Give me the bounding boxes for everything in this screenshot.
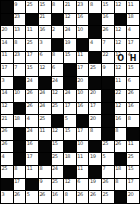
cell-number: 8 xyxy=(89,128,92,134)
cell-r16c2[interactable]: 26 xyxy=(14,191,26,203)
cell-r12c5[interactable]: 15 xyxy=(52,141,64,153)
given-letter: H xyxy=(127,55,139,63)
black-cell xyxy=(89,26,101,38)
cell-r5c6[interactable]: 15 xyxy=(64,52,76,64)
cell-r13c6[interactable]: 18 xyxy=(64,153,76,165)
cell-r16c8[interactable]: 26 xyxy=(89,191,101,203)
cell-number: 4 xyxy=(89,39,92,45)
cell-r6c1[interactable]: 17 xyxy=(1,64,13,76)
cell-r11c6[interactable]: 15 xyxy=(64,128,76,140)
cell-r1c5[interactable]: 8 xyxy=(52,1,64,13)
cell-r12c11[interactable]: 11 xyxy=(127,141,139,153)
cell-r2c2[interactable]: 23 xyxy=(14,14,26,26)
black-cell xyxy=(1,14,13,26)
cell-number: 24 xyxy=(52,77,58,83)
cell-number: 14 xyxy=(1,90,7,96)
cell-number: 8 xyxy=(64,191,67,197)
cell-number: 15 xyxy=(26,64,32,70)
cell-number: 24 xyxy=(39,90,45,96)
cell-number: 3 xyxy=(1,77,4,83)
cell-r7c5[interactable]: 24 xyxy=(52,77,64,89)
cell-r6c2[interactable]: 7 xyxy=(14,64,26,76)
cell-r10c11[interactable]: 8 xyxy=(127,115,139,127)
black-cell xyxy=(115,191,127,203)
cell-number: 17 xyxy=(14,179,20,185)
cell-number: 12 xyxy=(115,64,121,70)
cell-r3c7[interactable]: 10 xyxy=(77,26,89,38)
black-cell xyxy=(64,64,76,76)
cell-number: 16 xyxy=(26,141,32,147)
cell-r13c7[interactable]: 11 xyxy=(77,153,89,165)
cell-number: 25 xyxy=(26,1,32,7)
puzzle-page: 9251582123815121123211216161820131116224… xyxy=(0,0,140,204)
cell-number: 16 xyxy=(52,191,58,197)
cell-number: 18 xyxy=(127,14,133,20)
cell-r9c10[interactable]: 12 xyxy=(115,103,127,115)
cell-number: 21 xyxy=(39,14,45,20)
cell-r6c7[interactable]: 17 xyxy=(77,64,89,76)
cell-r1c7[interactable]: 23 xyxy=(77,1,89,13)
cell-r11c4[interactable]: 11 xyxy=(39,128,51,140)
cell-number: 8 xyxy=(39,166,42,172)
cell-number: 11 xyxy=(127,141,133,147)
black-cell xyxy=(14,128,26,140)
cell-r2c7[interactable]: 16 xyxy=(77,14,89,26)
black-cell xyxy=(64,141,76,153)
cell-number: 25 xyxy=(1,166,7,172)
cell-r4c3[interactable]: 25 xyxy=(26,39,38,51)
cell-r1c9[interactable]: 15 xyxy=(102,1,114,13)
cell-number: 5 xyxy=(64,115,67,121)
cell-number: 12 xyxy=(1,103,7,109)
cell-number: 17 xyxy=(127,39,133,45)
cell-number: 15 xyxy=(39,1,45,7)
cell-r13c1[interactable]: 4 xyxy=(1,153,13,165)
cell-r4c11[interactable]: 17 xyxy=(127,39,139,51)
cell-r5c4[interactable]: 6 xyxy=(39,52,51,64)
black-cell xyxy=(102,128,114,140)
cell-r12c3[interactable]: 16 xyxy=(26,141,38,153)
cell-r6c9[interactable]: 9 xyxy=(102,64,114,76)
cell-number: 3 xyxy=(1,191,4,197)
cell-number: 8 xyxy=(52,1,55,7)
cell-number: 24 xyxy=(26,77,32,83)
cell-number: 8 xyxy=(52,52,55,58)
cell-number: 12 xyxy=(64,14,70,20)
cell-number: 24 xyxy=(52,166,58,172)
cell-number: 8 xyxy=(115,179,118,185)
cell-number: 10 xyxy=(14,90,20,96)
cell-r5c5[interactable]: 8 xyxy=(52,52,64,64)
cell-r11c3[interactable]: 24 xyxy=(26,128,38,140)
cell-number: 8 xyxy=(127,115,130,121)
cell-number: 26 xyxy=(14,191,20,197)
cell-number: 20 xyxy=(77,77,83,83)
black-cell xyxy=(39,141,51,153)
cell-number: 26 xyxy=(1,141,7,147)
cell-r5c2[interactable]: 23 xyxy=(14,52,26,64)
cell-r11c1[interactable]: 26 xyxy=(1,128,13,140)
cell-r14c1[interactable]: 25 xyxy=(1,166,13,178)
cell-number: 12 xyxy=(52,90,58,96)
cell-r12c1[interactable]: 26 xyxy=(1,141,13,153)
cell-r1c8[interactable]: 8 xyxy=(89,1,101,13)
cell-r8c1[interactable]: 14 xyxy=(1,90,13,102)
cell-r16c11[interactable]: 20 xyxy=(127,191,139,203)
cell-r11c5[interactable]: 12 xyxy=(52,128,64,140)
cell-number: 24 xyxy=(64,90,70,96)
cell-number: 8 xyxy=(14,39,17,45)
cell-r15c11[interactable]: 17 xyxy=(127,179,139,191)
black-cell xyxy=(14,141,26,153)
black-cell xyxy=(89,77,101,89)
cell-number: 11 xyxy=(39,128,45,134)
cell-number: 21 xyxy=(1,115,7,121)
cell-r3c9[interactable]: 26 xyxy=(102,26,114,38)
cell-number: 16 xyxy=(77,14,83,20)
cell-number: 25 xyxy=(26,39,32,45)
cell-number: 8 xyxy=(14,166,17,172)
cell-number: 25 xyxy=(89,64,95,70)
cell-number: 11 xyxy=(77,166,83,172)
codeword-grid: 9251582123815121123211216161820131116224… xyxy=(0,0,140,204)
black-cell xyxy=(77,39,89,51)
cell-r3c1[interactable]: 20 xyxy=(1,26,13,38)
cell-number: 19 xyxy=(89,179,95,185)
cell-number: 24 xyxy=(39,103,45,109)
cell-number: 25 xyxy=(102,141,108,147)
cell-r9c11[interactable]: 16 xyxy=(127,103,139,115)
cell-r4c9[interactable]: 7 xyxy=(102,39,114,51)
cell-number: 6 xyxy=(39,52,42,58)
black-cell xyxy=(52,115,64,127)
cell-r11c8[interactable]: 8 xyxy=(89,128,101,140)
cell-r15c8[interactable]: 19 xyxy=(89,179,101,191)
cell-r11c7[interactable]: 17 xyxy=(77,128,89,140)
cell-number: 11 xyxy=(1,52,7,58)
cell-number: 15 xyxy=(64,128,70,134)
cell-number: 12 xyxy=(52,128,58,134)
cell-r15c5[interactable]: 25 xyxy=(52,179,64,191)
cell-r14c7[interactable]: 11 xyxy=(77,166,89,178)
cell-r16c4[interactable]: 26 xyxy=(39,191,51,203)
cell-number: 15 xyxy=(52,141,58,147)
black-cell xyxy=(39,77,51,89)
cell-r4c8[interactable]: 4 xyxy=(89,39,101,51)
cell-r4c6[interactable]: 19 xyxy=(64,39,76,51)
cell-r8c2[interactable]: 10 xyxy=(14,90,26,102)
cell-number: 16 xyxy=(102,14,108,20)
cell-number: 20 xyxy=(89,115,95,121)
cell-number: 25 xyxy=(52,103,58,109)
cell-r16c3[interactable]: 5 xyxy=(26,191,38,203)
cell-r3c4[interactable]: 16 xyxy=(39,26,51,38)
cell-number: 16 xyxy=(77,103,83,109)
cell-number: 26 xyxy=(39,191,45,197)
cell-number: 26 xyxy=(26,90,32,96)
cell-number: 26 xyxy=(115,141,121,147)
cell-number: 5 xyxy=(26,191,29,197)
cell-r13c3[interactable]: 17 xyxy=(26,153,38,165)
cell-r14c4[interactable]: 8 xyxy=(39,166,51,178)
cell-r1c10[interactable]: 12 xyxy=(115,1,127,13)
cell-number: 12 xyxy=(115,103,121,109)
black-cell xyxy=(89,14,101,26)
black-cell xyxy=(64,166,76,178)
cell-r12c7[interactable]: 10 xyxy=(77,141,89,153)
cell-number: 17 xyxy=(77,64,83,70)
cell-number: 17 xyxy=(127,179,133,185)
cell-r2c11[interactable]: 18 xyxy=(127,14,139,26)
black-cell xyxy=(102,90,114,102)
cell-number: 22 xyxy=(115,90,121,96)
cell-number: 18 xyxy=(64,153,70,159)
black-cell xyxy=(26,14,38,26)
cell-number: 9 xyxy=(102,64,105,70)
cell-r13c8[interactable]: 19 xyxy=(89,153,101,165)
cell-r13c5[interactable]: 25 xyxy=(52,153,64,165)
cell-number: 17 xyxy=(64,103,70,109)
cell-r14c11[interactable]: 15 xyxy=(127,166,139,178)
cell-r8c5[interactable]: 12 xyxy=(52,90,64,102)
cell-r14c5[interactable]: 24 xyxy=(52,166,64,178)
black-cell xyxy=(39,153,51,165)
cell-r14c10[interactable]: 18 xyxy=(115,166,127,178)
cell-number: 7 xyxy=(102,39,105,45)
cell-number: 23 xyxy=(14,52,20,58)
cell-number: 16 xyxy=(127,103,133,109)
cell-number: 6 xyxy=(77,179,80,185)
cell-number: 15 xyxy=(127,64,133,70)
cell-r10c4[interactable]: 25 xyxy=(39,115,51,127)
cell-number: 20 xyxy=(89,90,95,96)
cell-r16c6[interactable]: 8 xyxy=(64,191,76,203)
black-cell xyxy=(1,1,13,13)
cell-r12c10[interactable]: 26 xyxy=(115,141,127,153)
cell-number: 11 xyxy=(26,166,32,172)
cell-number: 10 xyxy=(77,90,83,96)
cell-number: 26 xyxy=(77,191,83,197)
cell-r8c8[interactable]: 20 xyxy=(89,90,101,102)
cell-r7c1[interactable]: 3 xyxy=(1,77,13,89)
cell-r4c10[interactable]: 12 xyxy=(115,39,127,51)
cell-r7c3[interactable]: 24 xyxy=(26,77,38,89)
cell-r1c4[interactable]: 15 xyxy=(39,1,51,13)
cell-r3c5[interactable]: 2 xyxy=(52,26,64,38)
cell-r6c4[interactable]: 12 xyxy=(39,64,51,76)
cell-r16c7[interactable]: 26 xyxy=(77,191,89,203)
black-cell xyxy=(52,14,64,26)
cell-number: 16 xyxy=(115,115,121,121)
black-cell xyxy=(77,115,89,127)
cell-number: 25 xyxy=(52,153,58,159)
cell-r8c7[interactable]: 10 xyxy=(77,90,89,102)
cell-r1c6[interactable]: 21 xyxy=(64,1,76,13)
cell-number: 26 xyxy=(26,103,32,109)
cell-number: 17 xyxy=(89,103,95,109)
cell-r15c7[interactable]: 6 xyxy=(77,179,89,191)
cell-number: 17 xyxy=(26,153,32,159)
cell-number: 18 xyxy=(14,115,20,121)
cell-r14c3[interactable]: 11 xyxy=(26,166,38,178)
cell-r2c9[interactable]: 16 xyxy=(102,14,114,26)
cell-r5c11[interactable]: 4H xyxy=(127,52,139,64)
cell-r16c9[interactable]: 25 xyxy=(102,191,114,203)
cell-number: 12 xyxy=(115,1,121,7)
cell-r4c4[interactable]: 3 xyxy=(39,39,51,51)
cell-r8c11[interactable]: 26 xyxy=(127,90,139,102)
cell-r8c6[interactable]: 24 xyxy=(64,90,76,102)
cell-r10c10[interactable]: 16 xyxy=(115,115,127,127)
cell-r15c2[interactable]: 17 xyxy=(14,179,26,191)
cell-r16c1[interactable]: 3 xyxy=(1,191,13,203)
cell-r15c6[interactable]: 12 xyxy=(64,179,76,191)
cell-r3c3[interactable]: 11 xyxy=(26,26,38,38)
cell-r10c3[interactable]: 4 xyxy=(26,115,38,127)
cell-r7c11[interactable]: 6 xyxy=(127,77,139,89)
cell-r5c10[interactable]: 12O xyxy=(115,52,127,64)
cell-number: 26 xyxy=(89,191,95,197)
cell-number: 20 xyxy=(127,191,133,197)
cell-number: 6 xyxy=(52,64,55,70)
black-cell xyxy=(14,77,26,89)
cell-r6c3[interactable]: 15 xyxy=(26,64,38,76)
cell-number: 7 xyxy=(14,64,17,70)
cell-number: 24 xyxy=(26,128,32,134)
cell-r9c5[interactable]: 25 xyxy=(52,103,64,115)
cell-r3c10[interactable]: 12 xyxy=(115,26,127,38)
cell-r9c3[interactable]: 26 xyxy=(26,103,38,115)
black-cell xyxy=(89,166,101,178)
cell-r5c7[interactable]: 11 xyxy=(77,52,89,64)
cell-number: 17 xyxy=(1,64,7,70)
cell-r6c5[interactable]: 6 xyxy=(52,64,64,76)
cell-number: 21 xyxy=(64,1,70,7)
cell-r6c8[interactable]: 25 xyxy=(89,64,101,76)
cell-number: 25 xyxy=(102,191,108,197)
cell-number: 16 xyxy=(39,26,45,32)
cell-number: 20 xyxy=(1,26,7,32)
cell-r1c11[interactable]: 11 xyxy=(127,1,139,13)
black-cell xyxy=(14,103,26,115)
cell-r10c1[interactable]: 21 xyxy=(1,115,13,127)
cell-r3c2[interactable]: 13 xyxy=(14,26,26,38)
cell-number: 23 xyxy=(77,1,83,7)
cell-number: 11 xyxy=(77,153,83,159)
cell-r2c6[interactable]: 12 xyxy=(64,14,76,26)
cell-r1c3[interactable]: 25 xyxy=(26,1,38,13)
cell-number: 6 xyxy=(127,77,130,83)
cell-number: 23 xyxy=(14,14,20,20)
cell-r5c1[interactable]: 11 xyxy=(1,52,13,64)
black-cell xyxy=(89,141,101,153)
black-cell xyxy=(26,179,38,191)
cell-number: 22 xyxy=(102,52,108,58)
cell-number: 12 xyxy=(115,26,121,32)
cell-r8c3[interactable]: 26 xyxy=(26,90,38,102)
cell-r4c1[interactable]: 14 xyxy=(1,39,13,51)
cell-r1c2[interactable]: 9 xyxy=(14,1,26,13)
black-cell xyxy=(14,153,26,165)
cell-r11c10[interactable]: 8 xyxy=(115,128,127,140)
cell-number: 26 xyxy=(127,90,133,96)
cell-number: 5 xyxy=(102,153,105,159)
cell-number: 19 xyxy=(64,39,70,45)
cell-r5c3[interactable]: 17 xyxy=(26,52,38,64)
cell-r10c8[interactable]: 20 xyxy=(89,115,101,127)
cell-r10c2[interactable]: 18 xyxy=(14,115,26,127)
cell-number: 11 xyxy=(115,77,121,83)
cell-number: 15 xyxy=(102,1,108,7)
cell-r15c9[interactable]: 26 xyxy=(102,179,114,191)
cell-r5c9[interactable]: 22 xyxy=(102,52,114,64)
black-cell xyxy=(102,115,114,127)
cell-number: 24 xyxy=(64,26,70,32)
cell-r8c10[interactable]: 22 xyxy=(115,90,127,102)
cell-number: 12 xyxy=(115,39,121,45)
cell-r15c4[interactable]: 9 xyxy=(39,179,51,191)
cell-r6c11[interactable]: 15 xyxy=(127,64,139,76)
cell-number: 4 xyxy=(127,26,130,32)
cell-r6c10[interactable]: 12 xyxy=(115,64,127,76)
black-cell xyxy=(127,128,139,140)
cell-r9c8[interactable]: 17 xyxy=(89,103,101,115)
cell-number: 19 xyxy=(89,153,95,159)
cell-r4c2[interactable]: 8 xyxy=(14,39,26,51)
cell-r7c10[interactable]: 11 xyxy=(115,77,127,89)
cell-r16c5[interactable]: 16 xyxy=(52,191,64,203)
cell-r13c11[interactable]: 25 xyxy=(127,153,139,165)
cell-r10c6[interactable]: 5 xyxy=(64,115,76,127)
cell-r12c9[interactable]: 25 xyxy=(102,141,114,153)
cell-number: 10 xyxy=(77,141,83,147)
cell-number: 13 xyxy=(14,26,20,32)
cell-r2c4[interactable]: 21 xyxy=(39,14,51,26)
cell-number: 4 xyxy=(26,115,29,121)
cell-r13c9[interactable]: 5 xyxy=(102,153,114,165)
black-cell xyxy=(52,39,64,51)
cell-r3c6[interactable]: 24 xyxy=(64,26,76,38)
cell-number: 9 xyxy=(39,179,42,185)
cell-r14c2[interactable]: 8 xyxy=(14,166,26,178)
cell-number: 17 xyxy=(77,128,83,134)
cell-r15c10[interactable]: 8 xyxy=(115,179,127,191)
cell-r9c6[interactable]: 17 xyxy=(64,103,76,115)
cell-number: 15 xyxy=(64,52,70,58)
cell-number: 9 xyxy=(14,1,17,7)
cell-number: 25 xyxy=(127,153,133,159)
cell-number: 10 xyxy=(77,26,83,32)
black-cell xyxy=(102,77,114,89)
cell-r9c7[interactable]: 16 xyxy=(77,103,89,115)
black-cell xyxy=(115,14,127,26)
cell-number: 4 xyxy=(1,153,4,159)
black-cell xyxy=(1,179,13,191)
cell-number: 17 xyxy=(26,52,32,58)
cell-number: 26 xyxy=(1,128,7,134)
cell-number: 7 xyxy=(102,166,105,172)
cell-number: 26 xyxy=(102,26,108,32)
cell-r9c1[interactable]: 12 xyxy=(1,103,13,115)
cell-r3c11[interactable]: 4 xyxy=(127,26,139,38)
cell-r14c9[interactable]: 7 xyxy=(102,166,114,178)
cell-r9c4[interactable]: 24 xyxy=(39,103,51,115)
cell-r7c7[interactable]: 20 xyxy=(77,77,89,89)
given-letter: O xyxy=(115,55,127,63)
cell-r8c4[interactable]: 24 xyxy=(39,90,51,102)
cell-number: 25 xyxy=(39,115,45,121)
cell-number: 26 xyxy=(102,179,108,185)
